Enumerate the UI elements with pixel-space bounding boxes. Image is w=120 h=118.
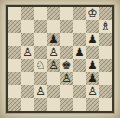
square-c2: ♙ (34, 85, 47, 98)
piece-wP: ♙ (48, 59, 58, 71)
square-d5: ♙ (47, 46, 60, 59)
piece-bP: ♟ (87, 72, 97, 84)
piece-wP: ♙ (48, 46, 58, 58)
chess-board: ♔♗♟♟♙♙♟♘♙♚♟♙♟♙♙ (8, 7, 112, 111)
piece-bP: ♟ (87, 59, 97, 71)
square-h5 (99, 46, 112, 59)
square-c4: ♘ (34, 59, 47, 72)
square-a4 (8, 59, 21, 72)
square-d7 (47, 20, 60, 33)
square-f7 (73, 20, 86, 33)
square-h2 (99, 85, 112, 98)
square-a7 (8, 20, 21, 33)
square-g2: ♙ (86, 85, 99, 98)
square-a6 (8, 33, 21, 46)
piece-bP: ♟ (48, 33, 58, 45)
piece-wP: ♙ (22, 46, 32, 58)
piece-wN: ♘ (35, 59, 45, 71)
square-b5: ♙ (21, 46, 34, 59)
scanned-page: ♔♗♟♟♙♙♟♘♙♚♟♙♟♙♙ (0, 0, 120, 118)
square-g7 (86, 20, 99, 33)
square-h3 (99, 72, 112, 85)
square-h6 (99, 33, 112, 46)
square-b2 (21, 85, 34, 98)
square-a1 (8, 98, 21, 111)
square-b7 (21, 20, 34, 33)
square-g8: ♔ (86, 7, 99, 20)
square-c1 (34, 98, 47, 111)
square-e4: ♚ (60, 59, 73, 72)
square-c5 (34, 46, 47, 59)
square-g5 (86, 46, 99, 59)
square-b4 (21, 59, 34, 72)
piece-wP: ♙ (35, 85, 45, 97)
square-a2 (8, 85, 21, 98)
square-f5: ♟ (73, 46, 86, 59)
square-e3: ♙ (60, 72, 73, 85)
square-g1 (86, 98, 99, 111)
square-f4 (73, 59, 86, 72)
square-c6 (34, 33, 47, 46)
square-d4: ♙ (47, 59, 60, 72)
square-a3 (8, 72, 21, 85)
square-h7: ♗ (99, 20, 112, 33)
square-b1 (21, 98, 34, 111)
board-frame: ♔♗♟♟♙♙♟♘♙♚♟♙♟♙♙ (6, 5, 114, 113)
square-d6: ♟ (47, 33, 60, 46)
square-e6 (60, 33, 73, 46)
piece-wB: ♗ (100, 20, 110, 32)
square-b3 (21, 72, 34, 85)
square-f2 (73, 85, 86, 98)
square-f8 (73, 7, 86, 20)
square-f1 (73, 98, 86, 111)
square-b6 (21, 33, 34, 46)
square-d8 (47, 7, 60, 20)
square-f6 (73, 33, 86, 46)
square-a5 (8, 46, 21, 59)
square-d1 (47, 98, 60, 111)
square-g3: ♟ (86, 72, 99, 85)
square-e5 (60, 46, 73, 59)
square-h1 (99, 98, 112, 111)
square-f3 (73, 72, 86, 85)
square-c7 (34, 20, 47, 33)
square-c3 (34, 72, 47, 85)
square-e7 (60, 20, 73, 33)
square-h4 (99, 59, 112, 72)
square-h8 (99, 7, 112, 20)
square-g4: ♟ (86, 59, 99, 72)
square-g6: ♟ (86, 33, 99, 46)
piece-bP: ♟ (74, 46, 84, 58)
square-d2 (47, 85, 60, 98)
square-a8 (8, 7, 21, 20)
square-e2 (60, 85, 73, 98)
piece-wK: ♔ (87, 7, 97, 19)
piece-wP: ♙ (87, 85, 97, 97)
square-d3 (47, 72, 60, 85)
piece-bP: ♟ (87, 33, 97, 45)
square-e8 (60, 7, 73, 20)
square-e1 (60, 98, 73, 111)
piece-bK: ♚ (61, 59, 71, 71)
square-c8 (34, 7, 47, 20)
square-b8 (21, 7, 34, 20)
piece-wP: ♙ (61, 72, 71, 84)
